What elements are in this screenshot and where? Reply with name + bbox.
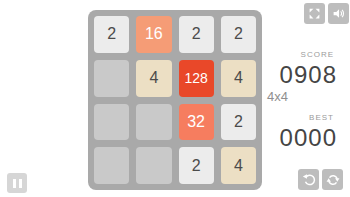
tile-2: 2 bbox=[221, 16, 256, 53]
tile-4: 4 bbox=[221, 147, 256, 184]
score-label: SCORE bbox=[301, 50, 334, 59]
tile-2: 2 bbox=[94, 16, 129, 53]
empty-cell bbox=[94, 60, 129, 97]
tile-32: 32 bbox=[179, 104, 214, 141]
sound-button[interactable] bbox=[328, 3, 349, 24]
tile-2: 2 bbox=[179, 16, 214, 53]
pause-icon bbox=[13, 179, 22, 188]
empty-cell bbox=[136, 104, 171, 141]
undo-button[interactable] bbox=[298, 169, 319, 190]
restart-icon-button[interactable] bbox=[322, 169, 343, 190]
tile-4: 4 bbox=[136, 60, 171, 97]
empty-cell bbox=[94, 104, 129, 141]
empty-cell bbox=[136, 147, 171, 184]
best-value: 0000 bbox=[280, 124, 337, 152]
tile-2: 2 bbox=[179, 147, 214, 184]
score-value: 0908 bbox=[280, 61, 337, 89]
mode-label: 4x4 bbox=[267, 89, 288, 104]
2048-app: SCORE 0908 BEST 0000 216224128432224 4x4 bbox=[0, 0, 350, 197]
fullscreen-icon bbox=[308, 7, 321, 20]
tile-128: 128 bbox=[179, 60, 214, 97]
undo-icon bbox=[302, 173, 316, 187]
sound-icon bbox=[332, 7, 345, 20]
tile-16: 16 bbox=[136, 16, 171, 53]
pause-button[interactable] bbox=[7, 173, 27, 193]
best-label: BEST bbox=[309, 113, 334, 122]
tile-2: 2 bbox=[221, 104, 256, 141]
tile-4: 4 bbox=[221, 60, 256, 97]
empty-cell bbox=[94, 147, 129, 184]
fullscreen-button[interactable] bbox=[304, 3, 325, 24]
board[interactable]: 216224128432224 bbox=[88, 10, 262, 190]
restart-icon bbox=[326, 173, 340, 187]
